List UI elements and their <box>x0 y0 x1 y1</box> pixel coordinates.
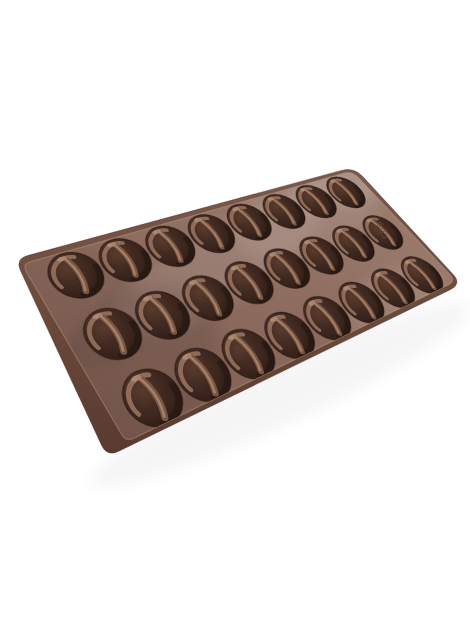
mold-photo-svg: choc <box>0 0 470 627</box>
product-photo: choc <box>0 0 470 627</box>
